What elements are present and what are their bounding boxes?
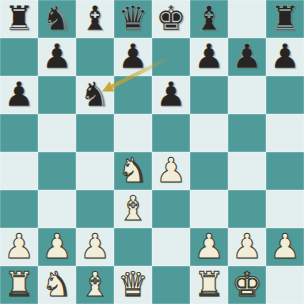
square-h1[interactable] [266,266,304,304]
square-e8[interactable]: ♚ [152,0,190,38]
square-h6[interactable] [266,76,304,114]
square-b6[interactable] [38,76,76,114]
square-g6[interactable] [228,76,266,114]
square-e7[interactable] [152,38,190,76]
square-h5[interactable] [266,114,304,152]
chessboard: ♜♞♝♛♚♝♜♟♟♟♟♟♟♞♟♞♟♝♟♟♟♟♟♟♜♞♝♛♜♚ [0,0,304,304]
square-c4[interactable] [76,152,114,190]
piece-white-bishop[interactable]: ♝ [76,266,114,304]
piece-white-pawn[interactable]: ♟ [76,228,114,266]
square-f3[interactable] [190,190,228,228]
square-h8[interactable]: ♜ [266,0,304,38]
board-grid: ♜♞♝♛♚♝♜♟♟♟♟♟♟♞♟♞♟♝♟♟♟♟♟♟♜♞♝♛♜♚ [0,0,304,304]
square-d3[interactable]: ♝ [114,190,152,228]
piece-black-knight[interactable]: ♞ [76,76,114,114]
square-e1[interactable] [152,266,190,304]
square-d2[interactable] [114,228,152,266]
piece-black-bishop[interactable]: ♝ [190,0,228,38]
square-c7[interactable] [76,38,114,76]
square-a3[interactable] [0,190,38,228]
square-e4[interactable]: ♟ [152,152,190,190]
square-e2[interactable] [152,228,190,266]
square-a5[interactable] [0,114,38,152]
square-f7[interactable]: ♟ [190,38,228,76]
square-e5[interactable] [152,114,190,152]
square-h7[interactable]: ♟ [266,38,304,76]
square-c1[interactable]: ♝ [76,266,114,304]
square-a4[interactable] [0,152,38,190]
piece-black-rook[interactable]: ♜ [0,0,38,38]
piece-white-bishop[interactable]: ♝ [114,190,152,228]
square-g1[interactable]: ♚ [228,266,266,304]
square-f1[interactable]: ♜ [190,266,228,304]
square-c6[interactable]: ♞ [76,76,114,114]
square-h3[interactable] [266,190,304,228]
square-a6[interactable]: ♟ [0,76,38,114]
square-d1[interactable]: ♛ [114,266,152,304]
square-d4[interactable]: ♞ [114,152,152,190]
piece-white-rook[interactable]: ♜ [190,266,228,304]
piece-black-pawn[interactable]: ♟ [228,38,266,76]
square-a2[interactable]: ♟ [0,228,38,266]
piece-white-knight[interactable]: ♞ [38,266,76,304]
square-g7[interactable]: ♟ [228,38,266,76]
piece-white-rook[interactable]: ♜ [0,266,38,304]
square-f4[interactable] [190,152,228,190]
piece-black-pawn[interactable]: ♟ [114,38,152,76]
square-f2[interactable]: ♟ [190,228,228,266]
piece-white-queen[interactable]: ♛ [114,266,152,304]
piece-black-pawn[interactable]: ♟ [38,38,76,76]
square-b4[interactable] [38,152,76,190]
piece-white-pawn[interactable]: ♟ [228,228,266,266]
piece-white-pawn[interactable]: ♟ [266,228,304,266]
piece-black-king[interactable]: ♚ [152,0,190,38]
piece-black-queen[interactable]: ♛ [114,0,152,38]
square-e3[interactable] [152,190,190,228]
piece-black-rook[interactable]: ♜ [266,0,304,38]
square-d5[interactable] [114,114,152,152]
piece-white-pawn[interactable]: ♟ [0,228,38,266]
square-c5[interactable] [76,114,114,152]
square-d6[interactable] [114,76,152,114]
square-a8[interactable]: ♜ [0,0,38,38]
piece-black-pawn[interactable]: ♟ [266,38,304,76]
square-f6[interactable] [190,76,228,114]
square-g8[interactable] [228,0,266,38]
square-f5[interactable] [190,114,228,152]
square-g3[interactable] [228,190,266,228]
square-f8[interactable]: ♝ [190,0,228,38]
square-h2[interactable]: ♟ [266,228,304,266]
piece-black-pawn[interactable]: ♟ [0,76,38,114]
square-g4[interactable] [228,152,266,190]
square-e6[interactable]: ♟ [152,76,190,114]
piece-black-knight[interactable]: ♞ [38,0,76,38]
piece-black-pawn[interactable]: ♟ [152,76,190,114]
square-b1[interactable]: ♞ [38,266,76,304]
piece-white-pawn[interactable]: ♟ [190,228,228,266]
square-a1[interactable]: ♜ [0,266,38,304]
piece-white-king[interactable]: ♚ [228,266,266,304]
square-g2[interactable]: ♟ [228,228,266,266]
square-b7[interactable]: ♟ [38,38,76,76]
square-d8[interactable]: ♛ [114,0,152,38]
square-c8[interactable]: ♝ [76,0,114,38]
piece-black-bishop[interactable]: ♝ [76,0,114,38]
square-b8[interactable]: ♞ [38,0,76,38]
square-a7[interactable] [0,38,38,76]
square-d7[interactable]: ♟ [114,38,152,76]
square-b5[interactable] [38,114,76,152]
piece-white-pawn[interactable]: ♟ [152,152,190,190]
square-c2[interactable]: ♟ [76,228,114,266]
square-h4[interactable] [266,152,304,190]
square-g5[interactable] [228,114,266,152]
square-c3[interactable] [76,190,114,228]
square-b3[interactable] [38,190,76,228]
piece-black-pawn[interactable]: ♟ [190,38,228,76]
piece-white-knight[interactable]: ♞ [114,152,152,190]
square-b2[interactable]: ♟ [38,228,76,266]
piece-white-pawn[interactable]: ♟ [38,228,76,266]
